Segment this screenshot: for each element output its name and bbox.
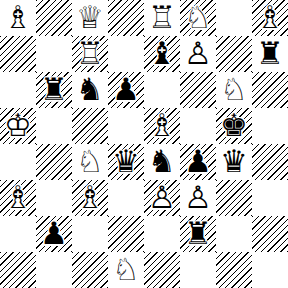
black-pawn[interactable]: ♟♟ — [36, 216, 72, 252]
square-d7[interactable] — [108, 36, 144, 72]
square-a4[interactable] — [0, 144, 36, 180]
square-c2[interactable] — [72, 216, 108, 252]
black-pawn[interactable]: ♟♟ — [108, 72, 144, 108]
square-c5[interactable] — [72, 108, 108, 144]
square-e6[interactable] — [144, 72, 180, 108]
square-a6[interactable] — [0, 72, 36, 108]
black-piece-glyph: ♟ — [108, 72, 144, 108]
square-h1[interactable] — [252, 252, 288, 288]
square-g7[interactable] — [216, 36, 252, 72]
square-a5[interactable]: ♚♔ — [0, 108, 36, 144]
square-d4[interactable]: ♛♛ — [108, 144, 144, 180]
square-h7[interactable]: ♜♜ — [252, 36, 288, 72]
black-piece-glyph: ♜ — [36, 72, 72, 108]
square-f5[interactable] — [180, 108, 216, 144]
square-e8[interactable]: ♜♖ — [144, 0, 180, 36]
square-b6[interactable]: ♜♜ — [36, 72, 72, 108]
square-c8[interactable]: ♛♕ — [72, 0, 108, 36]
black-pawn[interactable]: ♟♟ — [180, 144, 216, 180]
square-h4[interactable] — [252, 144, 288, 180]
square-e1[interactable] — [144, 252, 180, 288]
white-knight[interactable]: ♞♘ — [216, 72, 252, 108]
square-a8[interactable]: ♝♗ — [0, 0, 36, 36]
black-piece-glyph: ♟ — [36, 216, 72, 252]
white-piece-glyph: ♙ — [144, 180, 180, 216]
square-d8[interactable] — [108, 0, 144, 36]
square-f8[interactable]: ♞♘ — [180, 0, 216, 36]
white-bishop[interactable]: ♝♗ — [144, 108, 180, 144]
black-piece-glyph: ♞ — [144, 144, 180, 180]
black-rook[interactable]: ♜♜ — [180, 216, 216, 252]
square-b8[interactable] — [36, 0, 72, 36]
chess-board: ♝♗♛♕♜♖♞♘♝♗♜♖♝♝♟♙♜♜♜♜♞♞♟♟♞♘♚♔♝♗♚♚♞♘♛♛♞♞♟♟… — [0, 0, 288, 288]
white-bishop[interactable]: ♝♗ — [0, 180, 36, 216]
black-bishop[interactable]: ♝♝ — [144, 36, 180, 72]
square-e3[interactable]: ♟♙ — [144, 180, 180, 216]
square-g6[interactable]: ♞♘ — [216, 72, 252, 108]
square-b3[interactable] — [36, 180, 72, 216]
white-bishop[interactable]: ♝♗ — [0, 0, 36, 36]
square-h2[interactable] — [252, 216, 288, 252]
white-piece-glyph: ♘ — [180, 0, 216, 36]
square-f3[interactable]: ♟♙ — [180, 180, 216, 216]
black-piece-glyph: ♜ — [180, 216, 216, 252]
black-piece-glyph: ♜ — [252, 36, 288, 72]
white-piece-glyph: ♙ — [180, 36, 216, 72]
square-h3[interactable] — [252, 180, 288, 216]
white-piece-glyph: ♖ — [144, 0, 180, 36]
white-piece-glyph: ♕ — [72, 0, 108, 36]
square-h5[interactable] — [252, 108, 288, 144]
square-e5[interactable]: ♝♗ — [144, 108, 180, 144]
square-h8[interactable]: ♝♗ — [252, 0, 288, 36]
white-piece-glyph: ♗ — [0, 180, 36, 216]
white-piece-glyph: ♗ — [0, 0, 36, 36]
black-piece-glyph: ♚ — [216, 108, 252, 144]
black-piece-glyph: ♝ — [144, 36, 180, 72]
white-piece-glyph: ♗ — [144, 108, 180, 144]
square-a1[interactable] — [0, 252, 36, 288]
square-h6[interactable] — [252, 72, 288, 108]
white-pawn[interactable]: ♟♙ — [144, 180, 180, 216]
square-c4[interactable]: ♞♘ — [72, 144, 108, 180]
white-piece-glyph: ♙ — [180, 180, 216, 216]
black-piece-glyph: ♛ — [216, 144, 252, 180]
square-f4[interactable]: ♟♟ — [180, 144, 216, 180]
square-f7[interactable]: ♟♙ — [180, 36, 216, 72]
square-g5[interactable]: ♚♚ — [216, 108, 252, 144]
white-knight[interactable]: ♞♘ — [72, 144, 108, 180]
black-knight[interactable]: ♞♞ — [72, 72, 108, 108]
white-pawn[interactable]: ♟♙ — [180, 36, 216, 72]
white-piece-glyph: ♘ — [72, 144, 108, 180]
square-d2[interactable] — [108, 216, 144, 252]
square-e2[interactable] — [144, 216, 180, 252]
black-piece-glyph: ♛ — [108, 144, 144, 180]
square-g8[interactable] — [216, 0, 252, 36]
square-b7[interactable] — [36, 36, 72, 72]
square-g1[interactable] — [216, 252, 252, 288]
white-knight[interactable]: ♞♘ — [180, 0, 216, 36]
black-piece-glyph: ♟ — [180, 144, 216, 180]
black-king[interactable]: ♚♚ — [216, 108, 252, 144]
white-piece-glyph: ♗ — [72, 180, 108, 216]
black-queen[interactable]: ♛♛ — [216, 144, 252, 180]
square-c3[interactable]: ♝♗ — [72, 180, 108, 216]
black-piece-glyph: ♞ — [72, 72, 108, 108]
square-b2[interactable]: ♟♟ — [36, 216, 72, 252]
white-piece-glyph: ♘ — [108, 252, 144, 288]
square-b5[interactable] — [36, 108, 72, 144]
square-d5[interactable] — [108, 108, 144, 144]
white-queen[interactable]: ♛♕ — [72, 0, 108, 36]
white-pawn[interactable]: ♟♙ — [180, 180, 216, 216]
white-rook[interactable]: ♜♖ — [72, 36, 108, 72]
square-b4[interactable] — [36, 144, 72, 180]
black-rook[interactable]: ♜♜ — [36, 72, 72, 108]
square-e4[interactable]: ♞♞ — [144, 144, 180, 180]
white-bishop[interactable]: ♝♗ — [72, 180, 108, 216]
square-f1[interactable] — [180, 252, 216, 288]
square-g3[interactable] — [216, 180, 252, 216]
white-king[interactable]: ♚♔ — [0, 108, 36, 144]
square-e7[interactable]: ♝♝ — [144, 36, 180, 72]
square-c7[interactable]: ♜♖ — [72, 36, 108, 72]
square-d6[interactable]: ♟♟ — [108, 72, 144, 108]
square-f2[interactable]: ♜♜ — [180, 216, 216, 252]
square-a3[interactable]: ♝♗ — [0, 180, 36, 216]
white-rook[interactable]: ♜♖ — [144, 0, 180, 36]
white-piece-glyph: ♘ — [216, 72, 252, 108]
square-c6[interactable]: ♞♞ — [72, 72, 108, 108]
square-a2[interactable] — [0, 216, 36, 252]
white-piece-glyph: ♗ — [252, 0, 288, 36]
square-a7[interactable] — [0, 36, 36, 72]
square-g4[interactable]: ♛♛ — [216, 144, 252, 180]
black-rook[interactable]: ♜♜ — [252, 36, 288, 72]
white-piece-glyph: ♖ — [72, 36, 108, 72]
square-b1[interactable] — [36, 252, 72, 288]
black-queen[interactable]: ♛♛ — [108, 144, 144, 180]
white-piece-glyph: ♔ — [0, 108, 36, 144]
square-g2[interactable] — [216, 216, 252, 252]
square-f6[interactable] — [180, 72, 216, 108]
white-bishop[interactable]: ♝♗ — [252, 0, 288, 36]
square-d1[interactable]: ♞♘ — [108, 252, 144, 288]
square-d3[interactable] — [108, 180, 144, 216]
square-c1[interactable] — [72, 252, 108, 288]
white-knight[interactable]: ♞♘ — [108, 252, 144, 288]
black-knight[interactable]: ♞♞ — [144, 144, 180, 180]
